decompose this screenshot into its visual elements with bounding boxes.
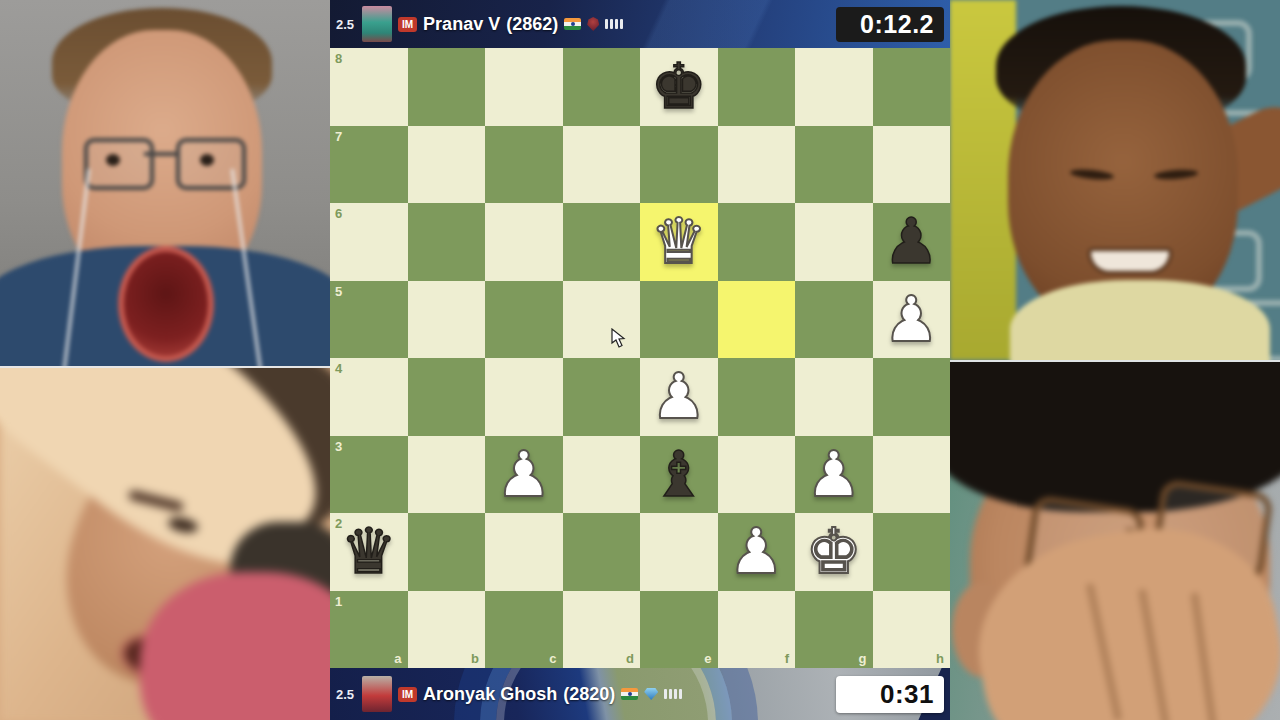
india-flag-icon [564,18,581,30]
rank-label-3: 3 [335,440,342,453]
file-label-f: f [785,652,789,665]
square-h4[interactable] [873,358,951,436]
red-crest-icon [587,17,599,31]
webcam-bottom-right-video [950,362,1280,720]
square-c1[interactable]: c [485,591,563,669]
webcam-top-left-video [0,0,330,366]
rank-label-7: 7 [335,130,342,143]
square-a5[interactable]: 5 [330,281,408,359]
square-d5[interactable] [563,281,641,359]
top-player-name: Pranav V [423,14,500,35]
square-f8[interactable] [718,48,796,126]
signal-bars-icon [664,689,682,699]
bottom-player-name: Aronyak Ghosh [423,684,557,705]
square-b6[interactable] [408,203,486,281]
square-a6[interactable]: 6 [330,203,408,281]
square-h2[interactable] [873,513,951,591]
top-player-rating: (2862) [506,14,558,35]
open-mouth [118,246,214,362]
broadcast-frame: 2.5 IM Pranav V (2862) 0:12.2 8♚76♛♟5♟4♟… [0,0,1280,720]
webcam-bottom-left-video [0,368,330,720]
top-player-clock: 0:12.2 [836,7,944,42]
square-d8[interactable] [563,48,641,126]
white-pawn-c3[interactable]: ♟ [485,436,563,514]
eye [200,154,214,166]
top-player-avatar [362,6,392,42]
square-c3[interactable]: ♟ [485,436,563,514]
bottom-player-title-badge: IM [398,687,417,702]
square-g8[interactable] [795,48,873,126]
square-g6[interactable] [795,203,873,281]
square-b3[interactable] [408,436,486,514]
square-d7[interactable] [563,126,641,204]
top-player-title-badge: IM [398,17,417,32]
square-h7[interactable] [873,126,951,204]
top-player-match-score: 2.5 [336,17,356,32]
rank-label-5: 5 [335,285,342,298]
square-b5[interactable] [408,281,486,359]
square-f6[interactable] [718,203,796,281]
file-label-b: b [471,652,479,665]
square-g1[interactable]: g [795,591,873,669]
square-g4[interactable] [795,358,873,436]
blue-diamond-icon [644,688,658,700]
square-e8[interactable]: ♚ [640,48,718,126]
square-f3[interactable] [718,436,796,514]
square-a1[interactable]: 1a [330,591,408,669]
file-label-c: c [549,652,556,665]
square-e4[interactable]: ♟ [640,358,718,436]
square-f5[interactable] [718,281,796,359]
black-pawn-h6[interactable]: ♟ [873,203,951,281]
glasses-bridge [144,152,178,156]
square-b4[interactable] [408,358,486,436]
square-h3[interactable] [873,436,951,514]
square-e2[interactable] [640,513,718,591]
white-pawn-g3[interactable]: ♟ [795,436,873,514]
webcam-top-right-video [950,0,1280,360]
square-c5[interactable] [485,281,563,359]
top-player-bar: 2.5 IM Pranav V (2862) 0:12.2 [330,0,950,48]
square-a2[interactable]: 2♛ [330,513,408,591]
bottom-player-match-score: 2.5 [336,687,356,702]
file-label-h: h [936,652,944,665]
square-a3[interactable]: 3 [330,436,408,514]
india-flag-icon [621,688,638,700]
bottom-player-bar: 2.5 IM Aronyak Ghosh (2820) 0:31 [330,668,950,720]
square-d4[interactable] [563,358,641,436]
square-h1[interactable]: h [873,591,951,669]
square-h6[interactable]: ♟ [873,203,951,281]
square-b7[interactable] [408,126,486,204]
square-e6[interactable]: ♛ [640,203,718,281]
square-a8[interactable]: 8 [330,48,408,126]
square-d3[interactable] [563,436,641,514]
eye [106,154,120,166]
shirt [1010,280,1270,360]
square-a4[interactable]: 4 [330,358,408,436]
square-f2[interactable]: ♟ [718,513,796,591]
white-queen-e6[interactable]: ♛ [640,203,718,281]
square-d2[interactable] [563,513,641,591]
rank-label-6: 6 [335,207,342,220]
white-king-g2[interactable]: ♚ [795,513,873,591]
square-g7[interactable] [795,126,873,204]
black-bishop-e3[interactable]: ♝ [640,436,718,514]
file-label-d: d [626,652,634,665]
rank-label-4: 4 [335,362,342,375]
mouse-cursor-icon [610,328,628,348]
square-b8[interactable] [408,48,486,126]
square-b1[interactable]: b [408,591,486,669]
square-e3[interactable]: ♝ [640,436,718,514]
bottom-player-clock: 0:31 [836,676,944,713]
black-king-e8[interactable]: ♚ [640,48,718,126]
webcam-top-left [0,0,330,366]
white-pawn-h5[interactable]: ♟ [873,281,951,359]
square-f7[interactable] [718,126,796,204]
square-g3[interactable]: ♟ [795,436,873,514]
square-g5[interactable] [795,281,873,359]
file-label-g: g [859,652,867,665]
chess-board[interactable]: 8♚76♛♟5♟4♟3♟♝♟2♛♟♚1abcdefgh [330,48,950,668]
square-d6[interactable] [563,203,641,281]
file-label-e: e [704,652,711,665]
square-c4[interactable] [485,358,563,436]
black-queen-a2[interactable]: ♛ [330,513,408,591]
signal-bars-icon [605,19,623,29]
rank-label-1: 1 [335,595,342,608]
square-e5[interactable] [640,281,718,359]
square-f1[interactable]: f [718,591,796,669]
glasses-left-lens [84,138,154,190]
webcam-top-right [950,0,1280,360]
square-a7[interactable]: 7 [330,126,408,204]
square-f4[interactable] [718,358,796,436]
square-c7[interactable] [485,126,563,204]
white-pawn-f2[interactable]: ♟ [718,513,796,591]
square-e7[interactable] [640,126,718,204]
webcam-bottom-left [0,366,330,720]
square-h5[interactable]: ♟ [873,281,951,359]
square-b2[interactable] [408,513,486,591]
bottom-player-avatar [362,676,392,712]
file-label-a: a [394,652,401,665]
square-g2[interactable]: ♚ [795,513,873,591]
smile [1088,248,1172,274]
square-c6[interactable] [485,203,563,281]
rank-label-8: 8 [335,52,342,65]
square-c2[interactable] [485,513,563,591]
square-c8[interactable] [485,48,563,126]
white-pawn-e4[interactable]: ♟ [640,358,718,436]
webcam-bottom-right [950,360,1280,720]
square-e1[interactable]: e [640,591,718,669]
square-d1[interactable]: d [563,591,641,669]
bottom-player-rating: (2820) [563,684,615,705]
square-h8[interactable] [873,48,951,126]
